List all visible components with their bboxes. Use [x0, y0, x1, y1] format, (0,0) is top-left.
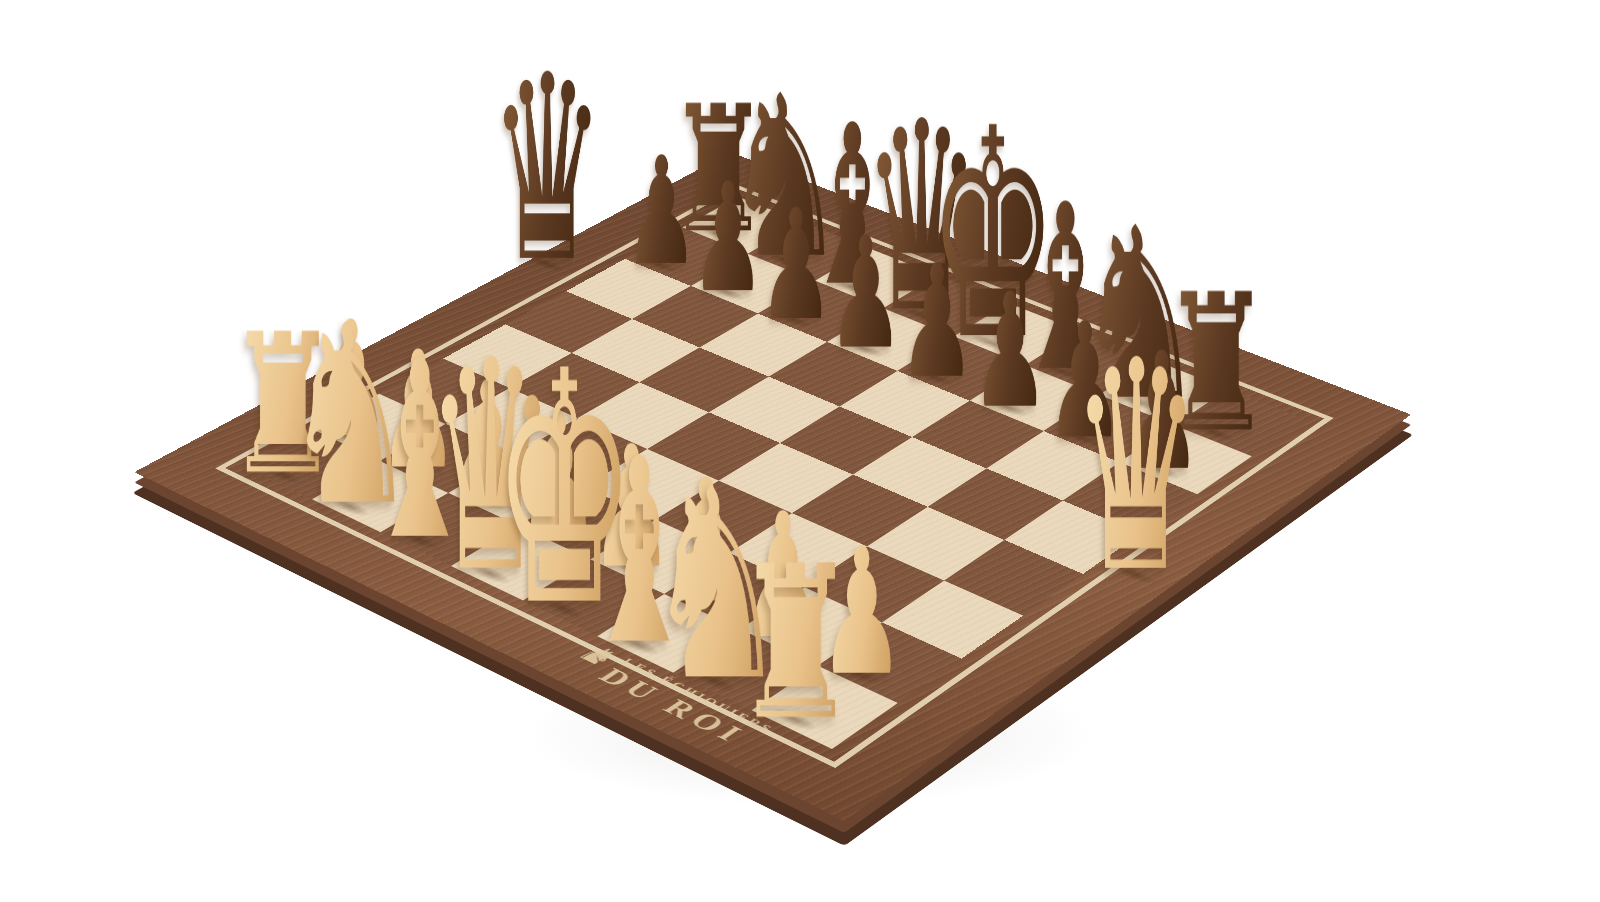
spare-black-queen[interactable]: ♛ [490, 70, 605, 270]
black-pawn-e7[interactable]: ♟ [898, 262, 975, 384]
black-pawn-f7[interactable]: ♟ [971, 290, 1049, 413]
white-rook-h1[interactable]: ♜ [733, 562, 858, 727]
scene: ♜♞♝♛♚♝♞♜♟♟♟♟♟♟♟♟♟♟♟♟♟♟♟♟♜♞♝♛♚♝♞♜ ♛ ♛ ♞ L… [327, 0, 1233, 896]
spare-white-queen-slot: ♛ [1093, 526, 1231, 601]
board-surface: ♜♞♝♛♚♝♞♜♟♟♟♟♟♟♟♟♟♟♟♟♟♟♟♟♜♞♝♛♚♝♞♜ ♛ ♛ ♞ L… [134, 152, 1411, 821]
spare-white-queen[interactable]: ♛ [1072, 355, 1202, 581]
black-pawn-d7[interactable]: ♟ [828, 234, 904, 354]
black-pawn-b7[interactable]: ♟ [691, 180, 765, 298]
black-pawn-a7[interactable]: ♟ [625, 154, 698, 270]
chess-board: ♜♞♝♛♚♝♞♜♟♟♟♟♟♟♟♟♟♟♟♟♟♟♟♟♜♞♝♛♚♝♞♜ ♛ ♛ ♞ L… [134, 152, 1411, 821]
black-pawn-c7[interactable]: ♟ [758, 207, 833, 326]
